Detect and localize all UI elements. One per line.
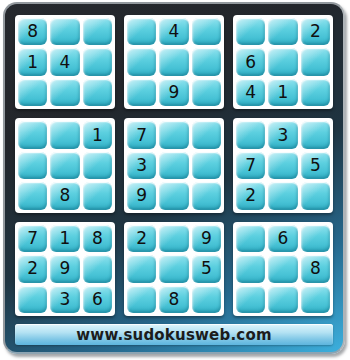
cell-r1c7[interactable] xyxy=(236,18,265,45)
site-url: www.sudokusweb.com xyxy=(76,326,271,344)
cell-r1c6[interactable] xyxy=(192,18,221,45)
cell-r7c3[interactable]: 8 xyxy=(83,225,112,252)
cell-r8c6[interactable]: 5 xyxy=(192,255,221,282)
box-r2c2: 739 xyxy=(124,118,224,212)
cell-r5c1[interactable] xyxy=(18,152,47,179)
cell-r5c4[interactable]: 3 xyxy=(127,152,156,179)
cell-r5c6[interactable] xyxy=(192,152,221,179)
cell-r9c9[interactable] xyxy=(301,286,330,313)
cell-r7c7[interactable] xyxy=(236,225,265,252)
cell-r6c2[interactable]: 8 xyxy=(50,182,79,209)
box-r2c3: 3752 xyxy=(233,118,333,212)
cell-r7c1[interactable]: 7 xyxy=(18,225,47,252)
cell-r2c4[interactable] xyxy=(127,48,156,75)
cell-r8c9[interactable]: 8 xyxy=(301,255,330,282)
cell-r2c1[interactable]: 1 xyxy=(18,48,47,75)
cell-r3c4[interactable] xyxy=(127,79,156,106)
cell-r4c5[interactable] xyxy=(159,121,188,148)
cell-r1c4[interactable] xyxy=(127,18,156,45)
cell-r7c9[interactable] xyxy=(301,225,330,252)
cell-r1c5[interactable]: 4 xyxy=(159,18,188,45)
cell-r2c3[interactable] xyxy=(83,48,112,75)
cell-r6c4[interactable]: 9 xyxy=(127,182,156,209)
cell-r4c3[interactable]: 1 xyxy=(83,121,112,148)
cell-r4c7[interactable] xyxy=(236,121,265,148)
cell-r6c3[interactable] xyxy=(83,182,112,209)
cell-r5c9[interactable]: 5 xyxy=(301,152,330,179)
cell-r4c1[interactable] xyxy=(18,121,47,148)
cell-r9c5[interactable]: 8 xyxy=(159,286,188,313)
cell-r7c5[interactable] xyxy=(159,225,188,252)
cell-r3c7[interactable]: 4 xyxy=(236,79,265,106)
cell-r6c1[interactable] xyxy=(18,182,47,209)
cell-r3c5[interactable]: 9 xyxy=(159,79,188,106)
cell-r2c7[interactable]: 6 xyxy=(236,48,265,75)
cell-r5c8[interactable] xyxy=(268,152,297,179)
cell-r9c8[interactable] xyxy=(268,286,297,313)
cell-r4c9[interactable] xyxy=(301,121,330,148)
cell-r7c8[interactable]: 6 xyxy=(268,225,297,252)
cell-r3c6[interactable] xyxy=(192,79,221,106)
cell-r9c1[interactable] xyxy=(18,286,47,313)
box-r3c3: 68 xyxy=(233,222,333,316)
cell-r1c2[interactable] xyxy=(50,18,79,45)
cell-r3c9[interactable] xyxy=(301,79,330,106)
cell-r1c1[interactable]: 8 xyxy=(18,18,47,45)
box-r1c3: 2641 xyxy=(233,15,333,109)
cell-r1c9[interactable]: 2 xyxy=(301,18,330,45)
cell-r1c8[interactable] xyxy=(268,18,297,45)
sudoku-board-frame: 8144926411873937527182936295868 www.sudo… xyxy=(3,2,345,354)
cell-r5c3[interactable] xyxy=(83,152,112,179)
cell-r8c3[interactable] xyxy=(83,255,112,282)
cell-r2c5[interactable] xyxy=(159,48,188,75)
box-r1c2: 49 xyxy=(124,15,224,109)
cell-r6c6[interactable] xyxy=(192,182,221,209)
cell-r8c4[interactable] xyxy=(127,255,156,282)
cell-r2c2[interactable]: 4 xyxy=(50,48,79,75)
cell-r9c4[interactable] xyxy=(127,286,156,313)
footer-bar: www.sudokusweb.com xyxy=(15,324,333,345)
cell-r6c5[interactable] xyxy=(159,182,188,209)
cell-r8c2[interactable]: 9 xyxy=(50,255,79,282)
box-r2c1: 18 xyxy=(15,118,115,212)
cell-r9c2[interactable]: 3 xyxy=(50,286,79,313)
cell-r9c3[interactable]: 6 xyxy=(83,286,112,313)
cell-r4c6[interactable] xyxy=(192,121,221,148)
cell-r3c2[interactable] xyxy=(50,79,79,106)
cell-r6c8[interactable] xyxy=(268,182,297,209)
cell-r1c3[interactable] xyxy=(83,18,112,45)
cell-r7c6[interactable]: 9 xyxy=(192,225,221,252)
cell-r9c7[interactable] xyxy=(236,286,265,313)
cell-r9c6[interactable] xyxy=(192,286,221,313)
cell-r2c6[interactable] xyxy=(192,48,221,75)
box-r1c1: 814 xyxy=(15,15,115,109)
cell-r6c9[interactable] xyxy=(301,182,330,209)
cell-r8c1[interactable]: 2 xyxy=(18,255,47,282)
box-r3c2: 2958 xyxy=(124,222,224,316)
cell-r7c4[interactable]: 2 xyxy=(127,225,156,252)
cell-r3c8[interactable]: 1 xyxy=(268,79,297,106)
cell-r5c2[interactable] xyxy=(50,152,79,179)
cell-r8c5[interactable] xyxy=(159,255,188,282)
cell-r8c8[interactable] xyxy=(268,255,297,282)
cell-r2c8[interactable] xyxy=(268,48,297,75)
box-r3c1: 7182936 xyxy=(15,222,115,316)
cell-r4c2[interactable] xyxy=(50,121,79,148)
cell-r5c7[interactable]: 7 xyxy=(236,152,265,179)
cell-r4c4[interactable]: 7 xyxy=(127,121,156,148)
sudoku-grid: 8144926411873937527182936295868 xyxy=(15,15,333,316)
page: 8144926411873937527182936295868 www.sudo… xyxy=(0,0,350,360)
cell-r3c1[interactable] xyxy=(18,79,47,106)
cell-r4c8[interactable]: 3 xyxy=(268,121,297,148)
cell-r5c5[interactable] xyxy=(159,152,188,179)
cell-r8c7[interactable] xyxy=(236,255,265,282)
cell-r6c7[interactable]: 2 xyxy=(236,182,265,209)
cell-r3c3[interactable] xyxy=(83,79,112,106)
cell-r2c9[interactable] xyxy=(301,48,330,75)
cell-r7c2[interactable]: 1 xyxy=(50,225,79,252)
